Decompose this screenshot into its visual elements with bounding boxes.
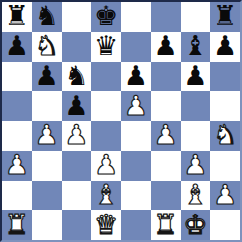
square-g3[interactable]: ♟ — [181, 151, 211, 181]
square-f2[interactable] — [151, 181, 181, 211]
chess-board: ♜♞♚♜♟♞♛♟♝♟♟♞♟♟♟♟♟♟♟♞♟♟♟♝♝♟♜♛♜♚ — [0, 0, 242, 242]
square-a7[interactable]: ♟ — [2, 32, 32, 62]
square-f7[interactable]: ♟ — [151, 32, 181, 62]
piece-black-knight[interactable]: ♞ — [64, 62, 88, 89]
piece-black-pawn[interactable]: ♟ — [5, 32, 29, 59]
piece-black-pawn[interactable]: ♟ — [124, 62, 148, 89]
square-b1[interactable] — [32, 210, 62, 240]
square-b6[interactable]: ♟ — [32, 62, 62, 92]
piece-black-queen[interactable]: ♛ — [94, 32, 118, 59]
square-d5[interactable] — [91, 91, 121, 121]
square-g1[interactable]: ♚ — [181, 210, 211, 240]
piece-white-pawn[interactable]: ♟ — [124, 92, 148, 119]
square-h5[interactable] — [210, 91, 240, 121]
square-d1[interactable]: ♛ — [91, 210, 121, 240]
square-c7[interactable] — [62, 32, 92, 62]
square-e6[interactable]: ♟ — [121, 62, 151, 92]
square-d3[interactable]: ♟ — [91, 151, 121, 181]
piece-black-king[interactable]: ♚ — [94, 2, 118, 29]
piece-white-pawn[interactable]: ♟ — [94, 151, 118, 178]
square-b8[interactable]: ♞ — [32, 2, 62, 32]
square-f4[interactable]: ♟ — [151, 121, 181, 151]
square-f8[interactable] — [151, 2, 181, 32]
square-a4[interactable] — [2, 121, 32, 151]
square-h2[interactable]: ♟ — [210, 181, 240, 211]
square-e2[interactable] — [121, 181, 151, 211]
piece-white-knight[interactable]: ♞ — [35, 32, 59, 59]
square-c6[interactable]: ♞ — [62, 62, 92, 92]
square-d7[interactable]: ♛ — [91, 32, 121, 62]
piece-black-rook[interactable]: ♜ — [5, 2, 29, 29]
square-h7[interactable]: ♟ — [210, 32, 240, 62]
square-a1[interactable]: ♜ — [2, 210, 32, 240]
piece-white-pawn[interactable]: ♟ — [183, 151, 207, 178]
square-f5[interactable] — [151, 91, 181, 121]
square-c3[interactable] — [62, 151, 92, 181]
square-a5[interactable] — [2, 91, 32, 121]
piece-white-pawn[interactable]: ♟ — [35, 121, 59, 148]
square-e1[interactable] — [121, 210, 151, 240]
square-h6[interactable] — [210, 62, 240, 92]
square-c2[interactable] — [62, 181, 92, 211]
square-a8[interactable]: ♜ — [2, 2, 32, 32]
square-e8[interactable] — [121, 2, 151, 32]
square-g8[interactable] — [181, 2, 211, 32]
piece-black-pawn[interactable]: ♟ — [35, 62, 59, 89]
piece-black-knight[interactable]: ♞ — [35, 2, 59, 29]
square-e3[interactable] — [121, 151, 151, 181]
piece-black-bishop[interactable]: ♝ — [183, 32, 207, 59]
piece-white-bishop[interactable]: ♝ — [94, 181, 118, 208]
square-h4[interactable]: ♞ — [210, 121, 240, 151]
piece-white-knight[interactable]: ♞ — [213, 121, 237, 148]
square-e4[interactable] — [121, 121, 151, 151]
square-a2[interactable] — [2, 181, 32, 211]
square-g4[interactable] — [181, 121, 211, 151]
piece-black-rook[interactable]: ♜ — [213, 2, 237, 29]
square-d2[interactable]: ♝ — [91, 181, 121, 211]
square-d4[interactable] — [91, 121, 121, 151]
square-c5[interactable]: ♟ — [62, 91, 92, 121]
square-g7[interactable]: ♝ — [181, 32, 211, 62]
square-d8[interactable]: ♚ — [91, 2, 121, 32]
square-c4[interactable]: ♟ — [62, 121, 92, 151]
square-g6[interactable]: ♟ — [181, 62, 211, 92]
piece-white-bishop[interactable]: ♝ — [183, 181, 207, 208]
square-a6[interactable] — [2, 62, 32, 92]
square-b3[interactable] — [32, 151, 62, 181]
square-b4[interactable]: ♟ — [32, 121, 62, 151]
piece-white-pawn[interactable]: ♟ — [213, 181, 237, 208]
piece-black-pawn[interactable]: ♟ — [183, 62, 207, 89]
square-b7[interactable]: ♞ — [32, 32, 62, 62]
square-e7[interactable] — [121, 32, 151, 62]
piece-white-pawn[interactable]: ♟ — [5, 151, 29, 178]
piece-white-queen[interactable]: ♛ — [94, 211, 118, 238]
square-h1[interactable] — [210, 210, 240, 240]
piece-white-pawn[interactable]: ♟ — [64, 121, 88, 148]
square-a3[interactable]: ♟ — [2, 151, 32, 181]
square-c8[interactable] — [62, 2, 92, 32]
square-b5[interactable] — [32, 91, 62, 121]
piece-black-pawn[interactable]: ♟ — [154, 32, 178, 59]
square-c1[interactable] — [62, 210, 92, 240]
square-d6[interactable] — [91, 62, 121, 92]
piece-black-pawn[interactable]: ♟ — [213, 32, 237, 59]
piece-white-pawn[interactable]: ♟ — [154, 121, 178, 148]
square-f1[interactable]: ♜ — [151, 210, 181, 240]
piece-black-pawn[interactable]: ♟ — [64, 92, 88, 119]
square-e5[interactable]: ♟ — [121, 91, 151, 121]
square-f6[interactable] — [151, 62, 181, 92]
square-g2[interactable]: ♝ — [181, 181, 211, 211]
piece-white-king[interactable]: ♚ — [183, 211, 207, 238]
piece-white-rook[interactable]: ♜ — [154, 211, 178, 238]
square-b2[interactable] — [32, 181, 62, 211]
square-h3[interactable] — [210, 151, 240, 181]
square-g5[interactable] — [181, 91, 211, 121]
square-h8[interactable]: ♜ — [210, 2, 240, 32]
piece-white-rook[interactable]: ♜ — [5, 211, 29, 238]
square-f3[interactable] — [151, 151, 181, 181]
